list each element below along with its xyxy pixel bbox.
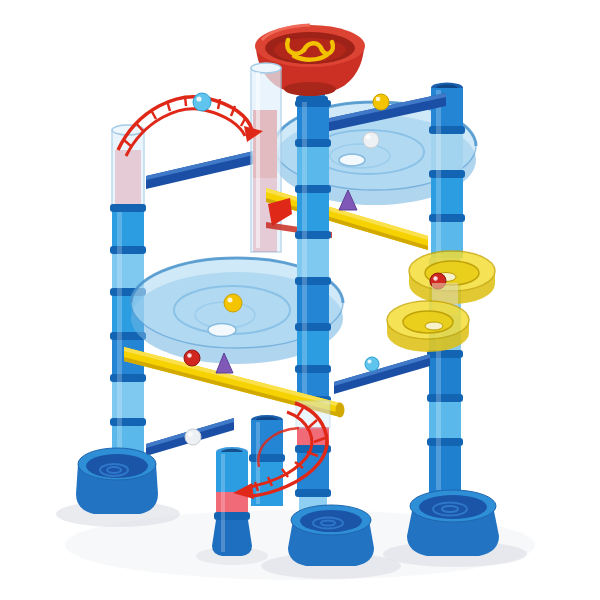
marble-lightblue-mid-ramp xyxy=(365,357,379,371)
upper-left-ramp xyxy=(146,150,258,189)
marble-yellow-disc-middle xyxy=(224,294,242,312)
marble-white-disc-top xyxy=(363,132,379,148)
left-base-bowl xyxy=(76,448,158,514)
right-base-bowl xyxy=(407,490,499,556)
marble-red-lower-ramp xyxy=(184,350,200,366)
marble-white-bottom-ramp xyxy=(185,429,201,445)
bottom-column-front xyxy=(212,447,252,556)
product-photo xyxy=(0,0,600,600)
mid-right-ramp xyxy=(334,354,430,394)
marble-yellow-ramp-top xyxy=(373,94,389,110)
marble-lightblue-arch xyxy=(193,93,211,111)
center-base-bowl xyxy=(288,505,374,566)
center-column xyxy=(295,100,331,521)
yellow-spiral-trays xyxy=(387,251,495,352)
